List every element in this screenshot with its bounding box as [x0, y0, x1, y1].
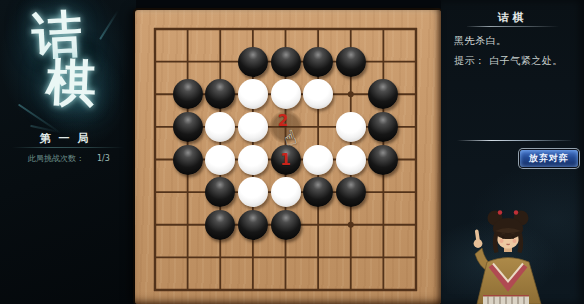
npc-hand: [474, 239, 483, 248]
stone-white: [238, 112, 268, 142]
right-panel: 诘棋 黑先杀白。 提示： 白子气紧之处。 放弃对弈: [441, 0, 584, 304]
tsumego-screen: 诘 棋 第一局 此局挑战次数：1/3 12☝ 诘棋 黑先杀白。 提示： 白子气紧…: [0, 0, 584, 304]
stone-black: [368, 112, 398, 142]
npc-side-lock-right: [518, 233, 524, 253]
stone-white: [238, 177, 268, 207]
star-point: [348, 222, 354, 228]
left-panel-divider: [12, 147, 124, 148]
stone-black: [368, 79, 398, 109]
stone-black: [238, 47, 268, 77]
stone-black: [205, 177, 235, 207]
stone-white: [303, 79, 333, 109]
stone-black: [173, 145, 203, 175]
stone-white: [271, 79, 301, 109]
give-up-button[interactable]: 放弃对弈: [520, 150, 578, 167]
stone-white: [238, 145, 268, 175]
stone-white: [336, 112, 366, 142]
stone-black: [303, 177, 333, 207]
stone-black: [238, 210, 268, 240]
button-divider: [457, 140, 571, 141]
stone-black: [271, 210, 301, 240]
puzzle-hint: 提示： 白子气紧之处。: [454, 54, 563, 68]
npc-cheek-left: [500, 239, 504, 243]
npc-bun-ribbon-left: [498, 210, 502, 214]
attempts-value: 1/3: [97, 154, 110, 163]
npc-eye-right: [512, 236, 515, 239]
stone-black: [368, 145, 398, 175]
npc-portrait: [449, 206, 575, 304]
stone-black: [336, 47, 366, 77]
stone-black: [205, 79, 235, 109]
calligraphy-char-2: 棋: [45, 57, 97, 109]
stone-black: [173, 112, 203, 142]
puzzle-title-calligraphy: 诘 棋: [0, 0, 136, 130]
npc-belt-trim: [483, 295, 529, 297]
title-divider: [467, 26, 559, 27]
npc-eye-left: [502, 236, 505, 239]
stone-white: [205, 145, 235, 175]
npc-mouth: [507, 244, 510, 245]
npc-cheek-right: [513, 239, 517, 243]
stone-white: [205, 112, 235, 142]
stone-black: [303, 47, 333, 77]
stone-white: [238, 79, 268, 109]
stone-white: [303, 145, 333, 175]
panel-title: 诘棋: [441, 10, 584, 25]
move-1-marker: 1: [280, 151, 290, 169]
left-panel: 诘 棋 第一局 此局挑战次数：1/3: [0, 0, 136, 304]
go-board[interactable]: 12☝: [135, 10, 441, 304]
npc-bun-ribbon-right: [514, 210, 518, 214]
attempts-label: 此局挑战次数：: [28, 154, 84, 163]
stone-black: [173, 79, 203, 109]
stone-black: [336, 177, 366, 207]
star-point: [348, 91, 354, 97]
board-grid[interactable]: 12☝: [155, 29, 416, 290]
npc-side-lock-left: [493, 233, 499, 253]
puzzle-objective: 黑先杀白。: [454, 34, 507, 48]
stone-white: [271, 177, 301, 207]
stone-black: [205, 210, 235, 240]
stone-white: [336, 145, 366, 175]
attempts-counter: 此局挑战次数：1/3: [28, 153, 110, 164]
stone-black: [271, 47, 301, 77]
round-label: 第一局: [0, 131, 128, 146]
